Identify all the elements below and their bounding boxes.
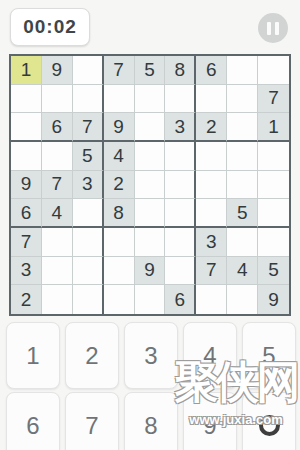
cell-r6c3[interactable] <box>73 199 104 228</box>
key-1[interactable]: 1 <box>6 322 60 389</box>
key-3[interactable]: 3 <box>124 322 178 389</box>
cell-r4c7[interactable] <box>196 142 227 171</box>
cell-r4c1[interactable] <box>11 142 42 171</box>
cell-r7c8[interactable] <box>227 228 258 257</box>
cell-r6c9[interactable] <box>258 199 289 228</box>
cell-r3c3[interactable]: 7 <box>73 113 104 142</box>
keypad-row-1: 12345 <box>6 322 296 389</box>
cell-r4c3[interactable]: 5 <box>73 142 104 171</box>
cell-r8c6[interactable] <box>165 257 196 286</box>
cell-r7c5[interactable] <box>135 228 166 257</box>
cell-r6c5[interactable] <box>135 199 166 228</box>
cell-r1c8[interactable] <box>227 56 258 85</box>
cell-r3c1[interactable] <box>11 113 42 142</box>
cell-r9c7[interactable] <box>196 285 227 314</box>
cell-r2c7[interactable] <box>196 85 227 114</box>
cell-r8c9[interactable]: 5 <box>258 257 289 286</box>
cell-r9c6[interactable]: 6 <box>165 285 196 314</box>
cell-r2c6[interactable] <box>165 85 196 114</box>
cell-r9c4[interactable] <box>104 285 135 314</box>
cell-r6c2[interactable]: 4 <box>42 199 73 228</box>
cell-r4c9[interactable] <box>258 142 289 171</box>
cell-r5c7[interactable] <box>196 171 227 200</box>
cell-r4c2[interactable] <box>42 142 73 171</box>
cell-r9c5[interactable] <box>135 285 166 314</box>
sudoku-app: 00:02 197586767932154973264857339745269 … <box>0 0 300 450</box>
cell-r2c1[interactable] <box>11 85 42 114</box>
cell-r3c2[interactable]: 6 <box>42 113 73 142</box>
cell-r3c4[interactable]: 9 <box>104 113 135 142</box>
sudoku-board: 197586767932154973264857339745269 <box>9 54 291 316</box>
cell-r7c9[interactable] <box>258 228 289 257</box>
cell-r1c2[interactable]: 9 <box>42 56 73 85</box>
timer-value: 00:02 <box>23 16 77 38</box>
cell-r7c6[interactable] <box>165 228 196 257</box>
key-6[interactable]: 6 <box>6 392 60 450</box>
cell-r2c8[interactable] <box>227 85 258 114</box>
cell-r3c6[interactable]: 3 <box>165 113 196 142</box>
cell-r3c9[interactable]: 1 <box>258 113 289 142</box>
cell-r8c1[interactable]: 3 <box>11 257 42 286</box>
cell-r4c5[interactable] <box>135 142 166 171</box>
cell-r1c9[interactable] <box>258 56 289 85</box>
key-9[interactable]: 9 <box>183 392 237 450</box>
key-4[interactable]: 4 <box>183 322 237 389</box>
cell-r9c2[interactable] <box>42 285 73 314</box>
key-2[interactable]: 2 <box>65 322 119 389</box>
cell-r3c7[interactable]: 2 <box>196 113 227 142</box>
cell-r5c5[interactable] <box>135 171 166 200</box>
cell-r9c9[interactable]: 9 <box>258 285 289 314</box>
cell-r4c8[interactable] <box>227 142 258 171</box>
pause-icon <box>275 22 279 35</box>
cell-r5c3[interactable]: 3 <box>73 171 104 200</box>
cell-r9c1[interactable]: 2 <box>11 285 42 314</box>
cell-r1c6[interactable]: 8 <box>165 56 196 85</box>
key-8[interactable]: 8 <box>124 392 178 450</box>
cell-r5c2[interactable]: 7 <box>42 171 73 200</box>
cell-r5c8[interactable] <box>227 171 258 200</box>
cell-r9c3[interactable] <box>73 285 104 314</box>
cell-r1c5[interactable]: 5 <box>135 56 166 85</box>
cell-r2c2[interactable] <box>42 85 73 114</box>
cell-r6c1[interactable]: 6 <box>11 199 42 228</box>
cell-r7c3[interactable] <box>73 228 104 257</box>
pause-button[interactable] <box>258 13 288 43</box>
cell-r5c9[interactable] <box>258 171 289 200</box>
cell-r8c3[interactable] <box>73 257 104 286</box>
cell-r1c4[interactable]: 7 <box>104 56 135 85</box>
cell-r2c9[interactable]: 7 <box>258 85 289 114</box>
cell-r7c1[interactable]: 7 <box>11 228 42 257</box>
cell-r6c8[interactable]: 5 <box>227 199 258 228</box>
cell-r7c7[interactable]: 3 <box>196 228 227 257</box>
cell-r1c3[interactable] <box>73 56 104 85</box>
cell-r2c4[interactable] <box>104 85 135 114</box>
cell-r6c7[interactable] <box>196 199 227 228</box>
key-7[interactable]: 7 <box>65 392 119 450</box>
cell-r8c4[interactable] <box>104 257 135 286</box>
cell-r3c8[interactable] <box>227 113 258 142</box>
pause-icon <box>267 22 271 35</box>
cell-r3c5[interactable] <box>135 113 166 142</box>
cell-r6c4[interactable]: 8 <box>104 199 135 228</box>
cell-r5c4[interactable]: 2 <box>104 171 135 200</box>
cell-r1c1[interactable]: 1 <box>11 56 42 85</box>
erase-icon <box>259 415 280 436</box>
cell-r2c3[interactable] <box>73 85 104 114</box>
key-5[interactable]: 5 <box>242 322 296 389</box>
cell-r7c2[interactable] <box>42 228 73 257</box>
cell-r8c2[interactable] <box>42 257 73 286</box>
cell-r8c7[interactable]: 7 <box>196 257 227 286</box>
cell-r6c6[interactable] <box>165 199 196 228</box>
cell-r7c4[interactable] <box>104 228 135 257</box>
cell-r4c6[interactable] <box>165 142 196 171</box>
cell-r5c6[interactable] <box>165 171 196 200</box>
cell-r8c8[interactable]: 4 <box>227 257 258 286</box>
cell-r5c1[interactable]: 9 <box>11 171 42 200</box>
cell-r1c7[interactable]: 6 <box>196 56 227 85</box>
cell-r4c4[interactable]: 4 <box>104 142 135 171</box>
cell-r2c5[interactable] <box>135 85 166 114</box>
keypad-row-2: 6789 <box>6 392 296 450</box>
erase-button[interactable] <box>242 392 296 450</box>
timer-display: 00:02 <box>10 8 90 46</box>
cell-r9c8[interactable] <box>227 285 258 314</box>
cell-r8c5[interactable]: 9 <box>135 257 166 286</box>
